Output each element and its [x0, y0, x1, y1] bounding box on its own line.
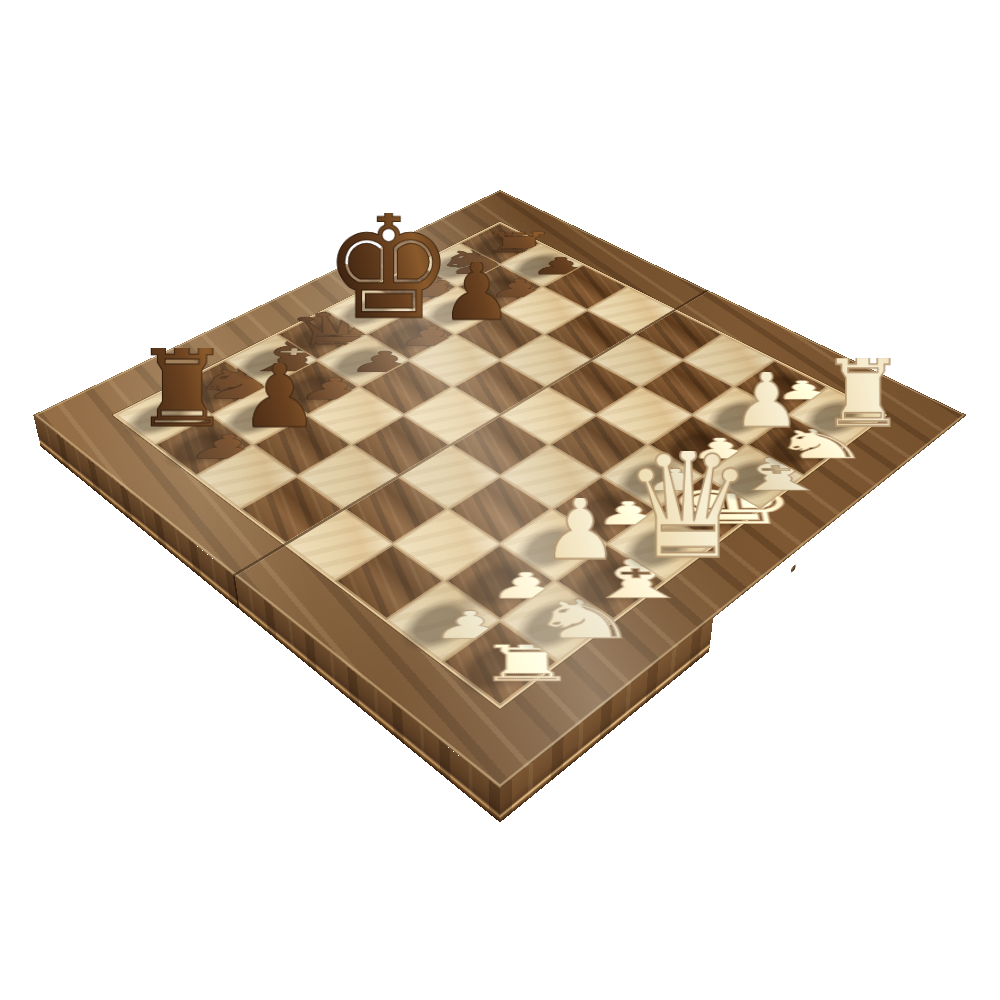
square-c2[interactable]: ♟	[500, 509, 607, 581]
clasp-icon	[790, 564, 796, 573]
piece-black-king[interactable]: ♚	[269, 213, 507, 322]
piece-black-pawn[interactable]: ♟	[148, 363, 411, 429]
box-side-fold-seam	[233, 575, 240, 610]
chess-board: ♜♞♝♛♚♝♞♜♟♟♟♟♟♟♟♟♟♟♟♟♟♟♟♟♜♞♝♛♚♝♞♜	[33, 190, 966, 789]
play-area: ♜♞♝♛♚♝♞♜♟♟♟♟♟♟♟♟♟♟♟♟♟♟♟♟♜♞♝♛♚♝♞♜	[113, 222, 888, 709]
piece-white-pawn[interactable]: ♟	[433, 498, 727, 562]
scene: ♜♞♝♛♚♝♞♜♟♟♟♟♟♟♟♟♟♟♟♟♟♟♟♟♜♞♝♛♚♝♞♜	[0, 0, 1000, 1000]
